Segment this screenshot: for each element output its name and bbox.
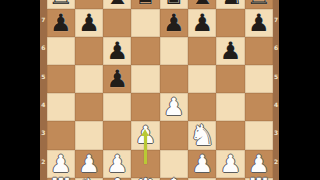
square-f4[interactable] (188, 93, 216, 121)
square-b3[interactable] (75, 121, 103, 150)
square-c5[interactable]: ♟ (103, 65, 131, 93)
square-g3[interactable] (216, 121, 244, 150)
square-b1[interactable]: ♞ (75, 178, 103, 180)
square-a8[interactable]: ♜ (47, 0, 75, 9)
square-g6[interactable]: ♟ (216, 37, 244, 65)
white-pawn[interactable]: ♟ (220, 152, 242, 176)
rank-label-3-right: 3 (273, 129, 280, 136)
black-pawn[interactable]: ♟ (191, 11, 213, 35)
square-h7[interactable]: ♟ (245, 9, 273, 37)
square-g8[interactable]: ♞ (216, 0, 244, 9)
square-c1[interactable]: ♝ (103, 178, 131, 180)
square-h4[interactable] (245, 93, 273, 121)
square-d5[interactable] (131, 65, 159, 93)
square-a7[interactable]: ♟ (47, 9, 75, 37)
square-g7[interactable] (216, 9, 244, 37)
black-rook[interactable]: ♜ (48, 0, 74, 9)
black-pawn[interactable]: ♟ (106, 39, 128, 63)
black-rook[interactable]: ♜ (246, 0, 272, 9)
black-bishop[interactable]: ♝ (189, 0, 215, 9)
black-pawn[interactable]: ♟ (50, 11, 72, 35)
square-d7[interactable] (131, 9, 159, 37)
square-b6[interactable] (75, 37, 103, 65)
square-e1[interactable]: ♚ (160, 178, 188, 180)
square-f3[interactable]: ♞ (188, 121, 216, 150)
black-pawn[interactable]: ♟ (78, 11, 100, 35)
square-a3[interactable] (47, 121, 75, 150)
white-rook[interactable]: ♜ (48, 175, 74, 180)
rank-labels-right: 87654321 (273, 0, 280, 180)
square-e7[interactable]: ♟ (160, 9, 188, 37)
square-f1[interactable] (188, 178, 216, 180)
move-arrow-head (141, 129, 149, 136)
square-a4[interactable] (47, 93, 75, 121)
square-d8[interactable]: ♛ (131, 0, 159, 9)
black-pawn[interactable]: ♟ (163, 11, 185, 35)
square-c3[interactable] (103, 121, 131, 150)
white-knight[interactable]: ♞ (76, 175, 102, 180)
square-c6[interactable]: ♟ (103, 37, 131, 65)
move-arrow-shaft (144, 135, 147, 163)
square-a6[interactable] (47, 37, 75, 65)
square-c8[interactable]: ♝ (103, 0, 131, 9)
black-king[interactable]: ♚ (161, 0, 187, 9)
square-a1[interactable]: ♜ (47, 178, 75, 180)
white-king[interactable]: ♚ (161, 175, 187, 180)
square-f5[interactable] (188, 65, 216, 93)
square-h3[interactable] (245, 121, 273, 150)
chessboard-stage: 87654321 87654321 ♜♝♛♚♝♞♜♟♟♟♟♟♟♟♟♟♟♞♟♟♟♟… (0, 0, 320, 180)
white-rook[interactable]: ♜ (246, 175, 272, 180)
square-h6[interactable] (245, 37, 273, 65)
square-h8[interactable]: ♜ (245, 0, 273, 9)
square-b4[interactable] (75, 93, 103, 121)
square-e6[interactable] (160, 37, 188, 65)
black-pawn[interactable]: ♟ (220, 39, 242, 63)
black-knight[interactable]: ♞ (217, 0, 243, 9)
square-c7[interactable] (103, 9, 131, 37)
square-f7[interactable]: ♟ (188, 9, 216, 37)
square-b5[interactable] (75, 65, 103, 93)
square-b8[interactable] (75, 0, 103, 9)
square-d6[interactable] (131, 37, 159, 65)
white-pawn[interactable]: ♟ (163, 95, 185, 119)
white-bishop[interactable]: ♝ (104, 175, 130, 180)
square-f8[interactable]: ♝ (188, 0, 216, 9)
square-g1[interactable] (216, 178, 244, 180)
square-c4[interactable] (103, 93, 131, 121)
chess-board: ♜♝♛♚♝♞♜♟♟♟♟♟♟♟♟♟♟♞♟♟♟♟♟♟♜♞♝♛♚♜ (47, 0, 273, 180)
white-pawn[interactable]: ♟ (191, 152, 213, 176)
square-e3[interactable] (160, 121, 188, 150)
rank-label-7-right: 7 (273, 16, 280, 23)
black-queen[interactable]: ♛ (133, 0, 159, 9)
rank-label-5-right: 5 (273, 73, 280, 80)
square-f2[interactable]: ♟ (188, 150, 216, 178)
square-h1[interactable]: ♜ (245, 178, 273, 180)
black-pawn[interactable]: ♟ (106, 67, 128, 91)
square-e5[interactable] (160, 65, 188, 93)
black-bishop[interactable]: ♝ (104, 0, 130, 9)
square-g4[interactable] (216, 93, 244, 121)
white-queen[interactable]: ♛ (133, 175, 159, 180)
square-e8[interactable]: ♚ (160, 0, 188, 9)
square-e4[interactable]: ♟ (160, 93, 188, 121)
square-b7[interactable]: ♟ (75, 9, 103, 37)
square-d1[interactable]: ♛ (131, 178, 159, 180)
square-a5[interactable] (47, 65, 75, 93)
square-g2[interactable]: ♟ (216, 150, 244, 178)
square-d4[interactable] (131, 93, 159, 121)
square-h5[interactable] (245, 65, 273, 93)
square-g5[interactable] (216, 65, 244, 93)
rank-label-4-right: 4 (273, 101, 280, 108)
rank-label-6-right: 6 (273, 44, 280, 51)
black-pawn[interactable]: ♟ (248, 11, 270, 35)
square-f6[interactable] (188, 37, 216, 65)
white-knight[interactable]: ♞ (189, 121, 215, 150)
rank-label-2-right: 2 (273, 158, 280, 165)
